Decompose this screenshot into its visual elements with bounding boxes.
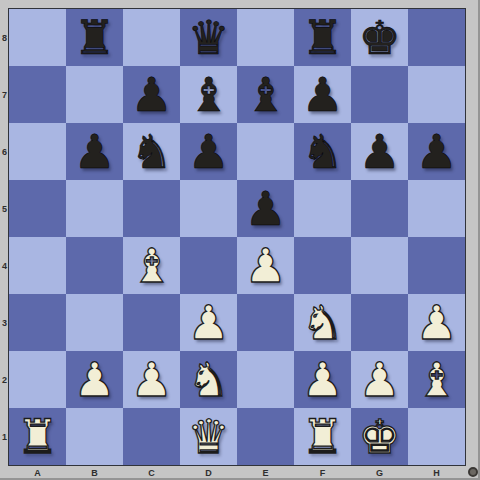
square-f5[interactable]	[294, 180, 351, 237]
square-b1[interactable]	[66, 408, 123, 465]
square-d7[interactable]: ♝	[180, 66, 237, 123]
square-c1[interactable]	[123, 408, 180, 465]
piece-black-pawn[interactable]: ♟	[244, 185, 286, 232]
piece-black-knight[interactable]: ♞	[301, 128, 343, 175]
square-c2[interactable]: ♟	[123, 351, 180, 408]
piece-black-bishop[interactable]: ♝	[187, 71, 229, 118]
piece-white-rook[interactable]: ♜	[301, 413, 343, 460]
square-b6[interactable]: ♟	[66, 123, 123, 180]
square-a4[interactable]	[9, 237, 66, 294]
piece-white-bishop[interactable]: ♝	[130, 242, 172, 289]
square-f8[interactable]: ♜	[294, 9, 351, 66]
rank-label-7: 7	[0, 66, 9, 123]
square-e7[interactable]: ♝	[237, 66, 294, 123]
piece-black-pawn[interactable]: ♟	[130, 71, 172, 118]
square-h3[interactable]: ♟	[408, 294, 465, 351]
square-g5[interactable]	[351, 180, 408, 237]
square-d5[interactable]	[180, 180, 237, 237]
piece-white-pawn[interactable]: ♟	[244, 242, 286, 289]
square-f3[interactable]: ♞	[294, 294, 351, 351]
square-b5[interactable]	[66, 180, 123, 237]
rank-label-3: 3	[0, 294, 9, 351]
piece-white-pawn[interactable]: ♟	[73, 356, 115, 403]
square-e2[interactable]	[237, 351, 294, 408]
square-d3[interactable]: ♟	[180, 294, 237, 351]
square-h5[interactable]	[408, 180, 465, 237]
rank-label-1: 1	[0, 408, 9, 465]
square-a8[interactable]	[9, 9, 66, 66]
piece-white-pawn[interactable]: ♟	[187, 299, 229, 346]
chess-board: ♜♛♜♚♟♝♝♟♟♞♟♞♟♟♟♝♟♟♞♟♟♟♞♟♟♝♜♛♜♚	[8, 8, 466, 466]
square-f4[interactable]	[294, 237, 351, 294]
piece-white-pawn[interactable]: ♟	[301, 356, 343, 403]
piece-black-pawn[interactable]: ♟	[301, 71, 343, 118]
square-a3[interactable]	[9, 294, 66, 351]
square-g7[interactable]	[351, 66, 408, 123]
square-e1[interactable]	[237, 408, 294, 465]
piece-white-knight[interactable]: ♞	[301, 299, 343, 346]
square-h2[interactable]: ♝	[408, 351, 465, 408]
square-c3[interactable]	[123, 294, 180, 351]
square-g6[interactable]: ♟	[351, 123, 408, 180]
square-h4[interactable]	[408, 237, 465, 294]
square-c8[interactable]	[123, 9, 180, 66]
piece-white-pawn[interactable]: ♟	[415, 299, 457, 346]
square-a6[interactable]	[9, 123, 66, 180]
square-g1[interactable]: ♚	[351, 408, 408, 465]
square-a7[interactable]	[9, 66, 66, 123]
square-b4[interactable]	[66, 237, 123, 294]
rank-label-2: 2	[0, 351, 9, 408]
piece-black-pawn[interactable]: ♟	[73, 128, 115, 175]
square-d6[interactable]: ♟	[180, 123, 237, 180]
square-b2[interactable]: ♟	[66, 351, 123, 408]
square-c7[interactable]: ♟	[123, 66, 180, 123]
piece-black-rook[interactable]: ♜	[73, 14, 115, 61]
square-c5[interactable]	[123, 180, 180, 237]
square-e3[interactable]	[237, 294, 294, 351]
piece-black-knight[interactable]: ♞	[130, 128, 172, 175]
piece-black-queen[interactable]: ♛	[187, 14, 229, 61]
square-g4[interactable]	[351, 237, 408, 294]
square-d4[interactable]	[180, 237, 237, 294]
resize-grip-dot	[468, 467, 478, 477]
square-d2[interactable]: ♞	[180, 351, 237, 408]
piece-black-pawn[interactable]: ♟	[415, 128, 457, 175]
square-g8[interactable]: ♚	[351, 9, 408, 66]
square-c6[interactable]: ♞	[123, 123, 180, 180]
square-d8[interactable]: ♛	[180, 9, 237, 66]
piece-black-bishop[interactable]: ♝	[244, 71, 286, 118]
square-b7[interactable]	[66, 66, 123, 123]
square-e5[interactable]: ♟	[237, 180, 294, 237]
square-d1[interactable]: ♛	[180, 408, 237, 465]
square-e6[interactable]	[237, 123, 294, 180]
square-b3[interactable]	[66, 294, 123, 351]
square-h7[interactable]	[408, 66, 465, 123]
square-f1[interactable]: ♜	[294, 408, 351, 465]
square-a1[interactable]: ♜	[9, 408, 66, 465]
piece-white-knight[interactable]: ♞	[187, 356, 229, 403]
piece-white-pawn[interactable]: ♟	[130, 356, 172, 403]
rank-label-8: 8	[0, 9, 9, 66]
piece-white-king[interactable]: ♚	[358, 413, 400, 460]
square-h8[interactable]	[408, 9, 465, 66]
square-g2[interactable]: ♟	[351, 351, 408, 408]
square-e8[interactable]	[237, 9, 294, 66]
square-f2[interactable]: ♟	[294, 351, 351, 408]
piece-white-rook[interactable]: ♜	[16, 413, 58, 460]
rank-label-5: 5	[0, 180, 9, 237]
square-g3[interactable]	[351, 294, 408, 351]
square-a2[interactable]	[9, 351, 66, 408]
piece-white-bishop[interactable]: ♝	[415, 356, 457, 403]
square-b8[interactable]: ♜	[66, 9, 123, 66]
piece-black-pawn[interactable]: ♟	[358, 128, 400, 175]
square-c4[interactable]: ♝	[123, 237, 180, 294]
square-a5[interactable]	[9, 180, 66, 237]
piece-black-king[interactable]: ♚	[358, 14, 400, 61]
rank-label-4: 4	[0, 237, 9, 294]
piece-white-queen[interactable]: ♛	[187, 413, 229, 460]
square-e4[interactable]: ♟	[237, 237, 294, 294]
square-f7[interactable]: ♟	[294, 66, 351, 123]
square-h1[interactable]	[408, 408, 465, 465]
square-f6[interactable]: ♞	[294, 123, 351, 180]
rank-label-6: 6	[0, 123, 9, 180]
piece-white-pawn[interactable]: ♟	[358, 356, 400, 403]
piece-black-pawn[interactable]: ♟	[187, 128, 229, 175]
piece-black-rook[interactable]: ♜	[301, 14, 343, 61]
square-h6[interactable]: ♟	[408, 123, 465, 180]
